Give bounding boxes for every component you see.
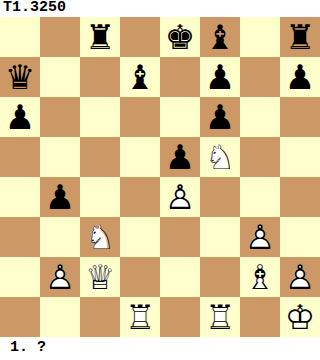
piece-white-knight-outline: ♘ (200, 137, 240, 177)
square-f1[interactable]: ♜♖ (200, 297, 240, 337)
piece-white-knight-outline: ♘ (80, 217, 120, 257)
square-g7[interactable] (240, 57, 280, 97)
piece-white-pawn-outline: ♙ (40, 257, 80, 297)
square-g6[interactable] (240, 97, 280, 137)
square-a8[interactable] (0, 17, 40, 57)
piece-white-bishop: ♝ (240, 257, 280, 297)
square-g3[interactable]: ♟♙ (240, 217, 280, 257)
square-f2[interactable] (200, 257, 240, 297)
square-h3[interactable] (280, 217, 320, 257)
puzzle-id-title: T1.3250 (0, 0, 320, 17)
square-b4[interactable]: ♟ (40, 177, 80, 217)
piece-black-pawn: ♟ (0, 97, 40, 137)
square-d5[interactable] (120, 137, 160, 177)
square-f4[interactable] (200, 177, 240, 217)
square-d8[interactable] (120, 17, 160, 57)
move-prompt: 1. ? (0, 337, 320, 360)
square-e5[interactable]: ♟ (160, 137, 200, 177)
square-g8[interactable] (240, 17, 280, 57)
square-f3[interactable] (200, 217, 240, 257)
square-g4[interactable] (240, 177, 280, 217)
square-f7[interactable]: ♟ (200, 57, 240, 97)
piece-white-king-outline: ♔ (280, 297, 320, 337)
piece-black-queen: ♛ (0, 57, 40, 97)
square-e4[interactable]: ♟♙ (160, 177, 200, 217)
piece-white-rook-outline: ♖ (200, 297, 240, 337)
square-c8[interactable]: ♜ (80, 17, 120, 57)
square-c3[interactable]: ♞♘ (80, 217, 120, 257)
piece-black-pawn: ♟ (200, 97, 240, 137)
square-d3[interactable] (120, 217, 160, 257)
piece-white-queen-outline: ♕ (80, 257, 120, 297)
square-b2[interactable]: ♟♙ (40, 257, 80, 297)
piece-black-bishop: ♝ (120, 57, 160, 97)
square-f8[interactable]: ♝ (200, 17, 240, 57)
square-d2[interactable] (120, 257, 160, 297)
square-h4[interactable] (280, 177, 320, 217)
piece-black-pawn: ♟ (160, 137, 200, 177)
piece-white-pawn-outline: ♙ (160, 177, 200, 217)
piece-black-rook: ♜ (280, 17, 320, 57)
piece-white-bishop-outline: ♗ (240, 257, 280, 297)
piece-white-rook-outline: ♖ (120, 297, 160, 337)
square-b7[interactable] (40, 57, 80, 97)
square-h1[interactable]: ♚♔ (280, 297, 320, 337)
square-g1[interactable] (240, 297, 280, 337)
square-b5[interactable] (40, 137, 80, 177)
piece-white-pawn: ♟ (280, 257, 320, 297)
square-a1[interactable] (0, 297, 40, 337)
square-e6[interactable] (160, 97, 200, 137)
square-g5[interactable] (240, 137, 280, 177)
piece-black-bishop: ♝ (200, 17, 240, 57)
square-h8[interactable]: ♜ (280, 17, 320, 57)
piece-black-pawn: ♟ (280, 57, 320, 97)
square-h5[interactable] (280, 137, 320, 177)
piece-white-pawn-outline: ♙ (240, 217, 280, 257)
piece-white-queen: ♛ (80, 257, 120, 297)
chess-board[interactable]: ♜♚♝♜♛♝♟♟♟♟♟♞♘♟♟♙♞♘♟♙♟♙♛♕♝♗♟♙♜♖♜♖♚♔ (0, 17, 320, 337)
chess-puzzle-screen: T1.3250 ♜♚♝♜♛♝♟♟♟♟♟♞♘♟♟♙♞♘♟♙♟♙♛♕♝♗♟♙♜♖♜♖… (0, 0, 320, 360)
piece-white-knight: ♞ (80, 217, 120, 257)
square-c6[interactable] (80, 97, 120, 137)
piece-white-rook: ♜ (120, 297, 160, 337)
square-c5[interactable] (80, 137, 120, 177)
piece-white-pawn-outline: ♙ (280, 257, 320, 297)
square-b6[interactable] (40, 97, 80, 137)
square-a3[interactable] (0, 217, 40, 257)
square-b1[interactable] (40, 297, 80, 337)
piece-white-rook: ♜ (200, 297, 240, 337)
square-e7[interactable] (160, 57, 200, 97)
piece-white-pawn: ♟ (40, 257, 80, 297)
piece-white-pawn: ♟ (240, 217, 280, 257)
square-e8[interactable]: ♚ (160, 17, 200, 57)
square-a2[interactable] (0, 257, 40, 297)
square-c7[interactable] (80, 57, 120, 97)
square-c1[interactable] (80, 297, 120, 337)
square-d1[interactable]: ♜♖ (120, 297, 160, 337)
square-h2[interactable]: ♟♙ (280, 257, 320, 297)
piece-black-king: ♚ (160, 17, 200, 57)
square-a6[interactable]: ♟ (0, 97, 40, 137)
piece-white-knight: ♞ (200, 137, 240, 177)
square-e3[interactable] (160, 217, 200, 257)
piece-white-king: ♚ (280, 297, 320, 337)
piece-white-pawn: ♟ (160, 177, 200, 217)
square-c4[interactable] (80, 177, 120, 217)
square-a7[interactable]: ♛ (0, 57, 40, 97)
square-e1[interactable] (160, 297, 200, 337)
square-h6[interactable] (280, 97, 320, 137)
square-d7[interactable]: ♝ (120, 57, 160, 97)
square-f5[interactable]: ♞♘ (200, 137, 240, 177)
square-c2[interactable]: ♛♕ (80, 257, 120, 297)
square-b8[interactable] (40, 17, 80, 57)
piece-black-rook: ♜ (80, 17, 120, 57)
square-a5[interactable] (0, 137, 40, 177)
piece-black-pawn: ♟ (40, 177, 80, 217)
square-d4[interactable] (120, 177, 160, 217)
square-a4[interactable] (0, 177, 40, 217)
square-d6[interactable] (120, 97, 160, 137)
square-h7[interactable]: ♟ (280, 57, 320, 97)
square-b3[interactable] (40, 217, 80, 257)
square-e2[interactable] (160, 257, 200, 297)
square-f6[interactable]: ♟ (200, 97, 240, 137)
square-g2[interactable]: ♝♗ (240, 257, 280, 297)
piece-black-pawn: ♟ (200, 57, 240, 97)
